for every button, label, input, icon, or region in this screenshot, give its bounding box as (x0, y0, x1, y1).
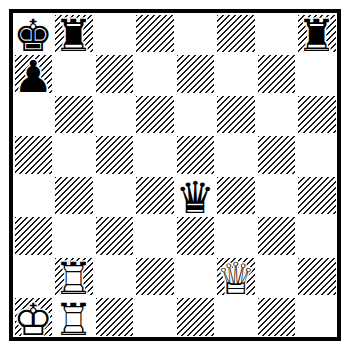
square-g8[interactable] (256, 13, 297, 54)
square-f4[interactable] (216, 175, 257, 216)
square-b3[interactable] (54, 216, 95, 257)
piece-white-rook[interactable]: ♜♖ (54, 297, 95, 338)
piece-black-queen[interactable]: ♛♛ (175, 175, 216, 216)
square-c2[interactable] (94, 256, 135, 297)
square-a7[interactable]: ♟♟ (13, 54, 54, 95)
square-g6[interactable] (256, 94, 297, 135)
square-c3[interactable] (94, 216, 135, 257)
square-g5[interactable] (256, 135, 297, 176)
piece-black-rook[interactable]: ♜♜ (297, 13, 338, 54)
black-pawn-icon: ♟ (14, 55, 53, 99)
piece-white-rook[interactable]: ♜♖ (54, 256, 95, 297)
square-a8[interactable]: ♚♚ (13, 13, 54, 54)
square-h1[interactable] (297, 297, 338, 338)
piece-black-pawn[interactable]: ♟♟ (13, 54, 54, 95)
square-g7[interactable] (256, 54, 297, 95)
square-g1[interactable] (256, 297, 297, 338)
square-g3[interactable] (256, 216, 297, 257)
piece-white-king[interactable]: ♚♔ (13, 297, 54, 338)
square-e8[interactable] (175, 13, 216, 54)
square-b6[interactable] (54, 94, 95, 135)
square-f3[interactable] (216, 216, 257, 257)
square-d2[interactable] (135, 256, 176, 297)
square-h8[interactable]: ♜♜ (297, 13, 338, 54)
square-a4[interactable] (13, 175, 54, 216)
square-d5[interactable] (135, 135, 176, 176)
square-e6[interactable] (175, 94, 216, 135)
square-d6[interactable] (135, 94, 176, 135)
black-rook-icon: ♜ (297, 14, 336, 58)
square-f8[interactable] (216, 13, 257, 54)
square-d1[interactable] (135, 297, 176, 338)
square-h4[interactable] (297, 175, 338, 216)
square-c5[interactable] (94, 135, 135, 176)
chess-diagram: ♚♚♜♜♜♜♟♟♛♛♜♖♛♕♚♔♜♖ (0, 0, 350, 350)
square-f6[interactable] (216, 94, 257, 135)
square-h2[interactable] (297, 256, 338, 297)
black-rook-icon: ♜ (54, 14, 93, 58)
square-f2[interactable]: ♛♕ (216, 256, 257, 297)
square-d8[interactable] (135, 13, 176, 54)
square-a2[interactable] (13, 256, 54, 297)
square-h3[interactable] (297, 216, 338, 257)
square-c8[interactable] (94, 13, 135, 54)
white-king-icon: ♔ (14, 298, 53, 342)
black-queen-icon: ♛ (176, 176, 215, 220)
square-f5[interactable] (216, 135, 257, 176)
square-c7[interactable] (94, 54, 135, 95)
piece-black-king[interactable]: ♚♚ (13, 13, 54, 54)
square-b5[interactable] (54, 135, 95, 176)
square-e7[interactable] (175, 54, 216, 95)
square-a1[interactable]: ♚♔ (13, 297, 54, 338)
square-b4[interactable] (54, 175, 95, 216)
square-a5[interactable] (13, 135, 54, 176)
square-h6[interactable] (297, 94, 338, 135)
white-rook-icon: ♖ (54, 298, 93, 342)
square-e4[interactable]: ♛♛ (175, 175, 216, 216)
square-g2[interactable] (256, 256, 297, 297)
square-a3[interactable] (13, 216, 54, 257)
square-e1[interactable] (175, 297, 216, 338)
square-f7[interactable] (216, 54, 257, 95)
square-d7[interactable] (135, 54, 176, 95)
square-b1[interactable]: ♜♖ (54, 297, 95, 338)
square-g4[interactable] (256, 175, 297, 216)
square-c4[interactable] (94, 175, 135, 216)
square-c1[interactable] (94, 297, 135, 338)
square-h5[interactable] (297, 135, 338, 176)
square-e5[interactable] (175, 135, 216, 176)
white-queen-icon: ♕ (216, 257, 255, 301)
chess-board: ♚♚♜♜♜♜♟♟♛♛♜♖♛♕♚♔♜♖ (9, 9, 341, 341)
square-b8[interactable]: ♜♜ (54, 13, 95, 54)
piece-white-queen[interactable]: ♛♕ (216, 256, 257, 297)
square-b2[interactable]: ♜♖ (54, 256, 95, 297)
square-c6[interactable] (94, 94, 135, 135)
piece-black-rook[interactable]: ♜♜ (54, 13, 95, 54)
square-d4[interactable] (135, 175, 176, 216)
square-e2[interactable] (175, 256, 216, 297)
square-d3[interactable] (135, 216, 176, 257)
